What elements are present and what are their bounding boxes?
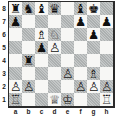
file-label-d: d xyxy=(48,108,61,117)
file-label-c: c xyxy=(35,108,48,117)
piece-black-knight: ♞ xyxy=(22,2,35,15)
piece-white-queen: ♕ xyxy=(48,93,61,106)
square-e2[interactable] xyxy=(61,80,74,93)
square-e1[interactable]: ♔ xyxy=(61,93,74,106)
piece-black-pawn: ♟ xyxy=(74,15,87,28)
square-a8[interactable]: ♜ xyxy=(9,2,22,15)
square-g5[interactable] xyxy=(87,41,100,54)
square-e8[interactable] xyxy=(61,2,74,15)
square-d4[interactable] xyxy=(48,54,61,67)
piece-white-bishop: ♗ xyxy=(87,67,100,80)
piece-black-bishop: ♝ xyxy=(74,2,87,15)
square-a1[interactable]: ♖ xyxy=(9,93,22,106)
rank-label-1: 1 xyxy=(0,93,8,106)
piece-white-bishop: ♗ xyxy=(35,28,48,41)
square-f7[interactable]: ♟ xyxy=(74,15,87,28)
square-a2[interactable]: ♙ xyxy=(9,80,22,93)
square-f3[interactable] xyxy=(74,67,87,80)
piece-white-knight: ♘ xyxy=(48,28,61,41)
square-g8[interactable]: ♚ xyxy=(87,2,100,15)
square-f2[interactable]: ♙ xyxy=(74,80,87,93)
square-b5[interactable] xyxy=(22,41,35,54)
square-c7[interactable] xyxy=(35,15,48,28)
square-b2[interactable]: ♙ xyxy=(22,80,35,93)
rank-label-3: 3 xyxy=(0,67,8,80)
square-b1[interactable] xyxy=(22,93,35,106)
piece-black-pawn: ♟ xyxy=(87,28,100,41)
square-e3[interactable]: ♙ xyxy=(61,67,74,80)
square-g4[interactable] xyxy=(87,54,100,67)
square-f4[interactable] xyxy=(74,54,87,67)
square-a3[interactable] xyxy=(9,67,22,80)
square-h6[interactable] xyxy=(100,28,113,41)
piece-black-bishop: ♝ xyxy=(35,2,48,15)
square-a7[interactable]: ♟ xyxy=(9,15,22,28)
piece-black-pawn: ♟ xyxy=(9,15,22,28)
piece-black-queen: ♛ xyxy=(48,2,61,15)
rank-label-8: 8 xyxy=(0,2,8,15)
square-d3[interactable] xyxy=(48,67,61,80)
square-f1[interactable] xyxy=(74,93,87,106)
square-d7[interactable] xyxy=(48,15,61,28)
square-b6[interactable] xyxy=(22,28,35,41)
file-label-g: g xyxy=(87,108,100,117)
piece-white-pawn: ♙ xyxy=(61,67,74,80)
piece-white-king: ♔ xyxy=(61,93,74,106)
square-c3[interactable] xyxy=(35,67,48,80)
square-b4[interactable]: ♜ xyxy=(22,54,35,67)
rank-label-2: 2 xyxy=(0,80,8,93)
piece-black-king: ♚ xyxy=(87,2,100,15)
square-g7[interactable] xyxy=(87,15,100,28)
piece-white-pawn: ♙ xyxy=(48,41,61,54)
square-h5[interactable] xyxy=(100,41,113,54)
square-a5[interactable] xyxy=(9,41,22,54)
piece-white-rook: ♖ xyxy=(9,93,22,106)
square-c6[interactable]: ♗ xyxy=(35,28,48,41)
rank-label-6: 6 xyxy=(0,28,8,41)
square-a6[interactable] xyxy=(9,28,22,41)
file-label-h: h xyxy=(100,108,113,117)
square-g2[interactable]: ♙ xyxy=(87,80,100,93)
square-b3[interactable] xyxy=(22,67,35,80)
square-a4[interactable] xyxy=(9,54,22,67)
square-c1[interactable] xyxy=(35,93,48,106)
piece-black-rook: ♜ xyxy=(9,2,22,15)
square-e7[interactable] xyxy=(61,15,74,28)
file-label-f: f xyxy=(74,108,87,117)
square-g6[interactable]: ♟ xyxy=(87,28,100,41)
piece-black-pawn: ♟ xyxy=(100,15,113,28)
square-f8[interactable]: ♝ xyxy=(74,2,87,15)
square-f6[interactable] xyxy=(74,28,87,41)
square-e4[interactable] xyxy=(61,54,74,67)
chess-board: ♜♞♝♛♝♚♟♟♟♗♘♟♟♙♜♙♗♙♙♙♙♙♖♕♔♖ xyxy=(8,1,115,108)
piece-white-pawn: ♙ xyxy=(100,80,113,93)
square-g3[interactable]: ♗ xyxy=(87,67,100,80)
square-d6[interactable]: ♘ xyxy=(48,28,61,41)
square-c8[interactable]: ♝ xyxy=(35,2,48,15)
square-d1[interactable]: ♕ xyxy=(48,93,61,106)
square-h2[interactable]: ♙ xyxy=(100,80,113,93)
square-e6[interactable] xyxy=(61,28,74,41)
square-b8[interactable]: ♞ xyxy=(22,2,35,15)
piece-white-rook: ♖ xyxy=(100,93,113,106)
square-d2[interactable] xyxy=(48,80,61,93)
piece-white-pawn: ♙ xyxy=(74,80,87,93)
square-f5[interactable] xyxy=(74,41,87,54)
square-d8[interactable]: ♛ xyxy=(48,2,61,15)
square-h7[interactable]: ♟ xyxy=(100,15,113,28)
piece-white-pawn: ♙ xyxy=(9,80,22,93)
rank-label-7: 7 xyxy=(0,15,8,28)
file-label-b: b xyxy=(22,108,35,117)
square-h8[interactable] xyxy=(100,2,113,15)
file-labels: abcdefgh xyxy=(9,108,113,117)
piece-white-pawn: ♙ xyxy=(22,80,35,93)
file-label-a: a xyxy=(9,108,22,117)
square-g1[interactable] xyxy=(87,93,100,106)
rank-label-4: 4 xyxy=(0,54,8,67)
piece-white-pawn: ♙ xyxy=(87,80,100,93)
square-d5[interactable]: ♙ xyxy=(48,41,61,54)
rank-labels: 87654321 xyxy=(0,2,8,106)
chess-diagram: 87654321 ♜♞♝♛♝♚♟♟♟♗♘♟♟♙♜♙♗♙♙♙♙♙♖♕♔♖ abcd… xyxy=(0,0,118,118)
square-h1[interactable]: ♖ xyxy=(100,93,113,106)
square-e5[interactable] xyxy=(61,41,74,54)
piece-black-rook: ♜ xyxy=(22,54,35,67)
square-c2[interactable] xyxy=(35,80,48,93)
rank-label-5: 5 xyxy=(0,41,8,54)
square-h3[interactable] xyxy=(100,67,113,80)
square-h4[interactable] xyxy=(100,54,113,67)
square-c4[interactable] xyxy=(35,54,48,67)
file-label-e: e xyxy=(61,108,74,117)
piece-black-pawn: ♟ xyxy=(35,41,48,54)
square-c5[interactable]: ♟ xyxy=(35,41,48,54)
square-b7[interactable] xyxy=(22,15,35,28)
